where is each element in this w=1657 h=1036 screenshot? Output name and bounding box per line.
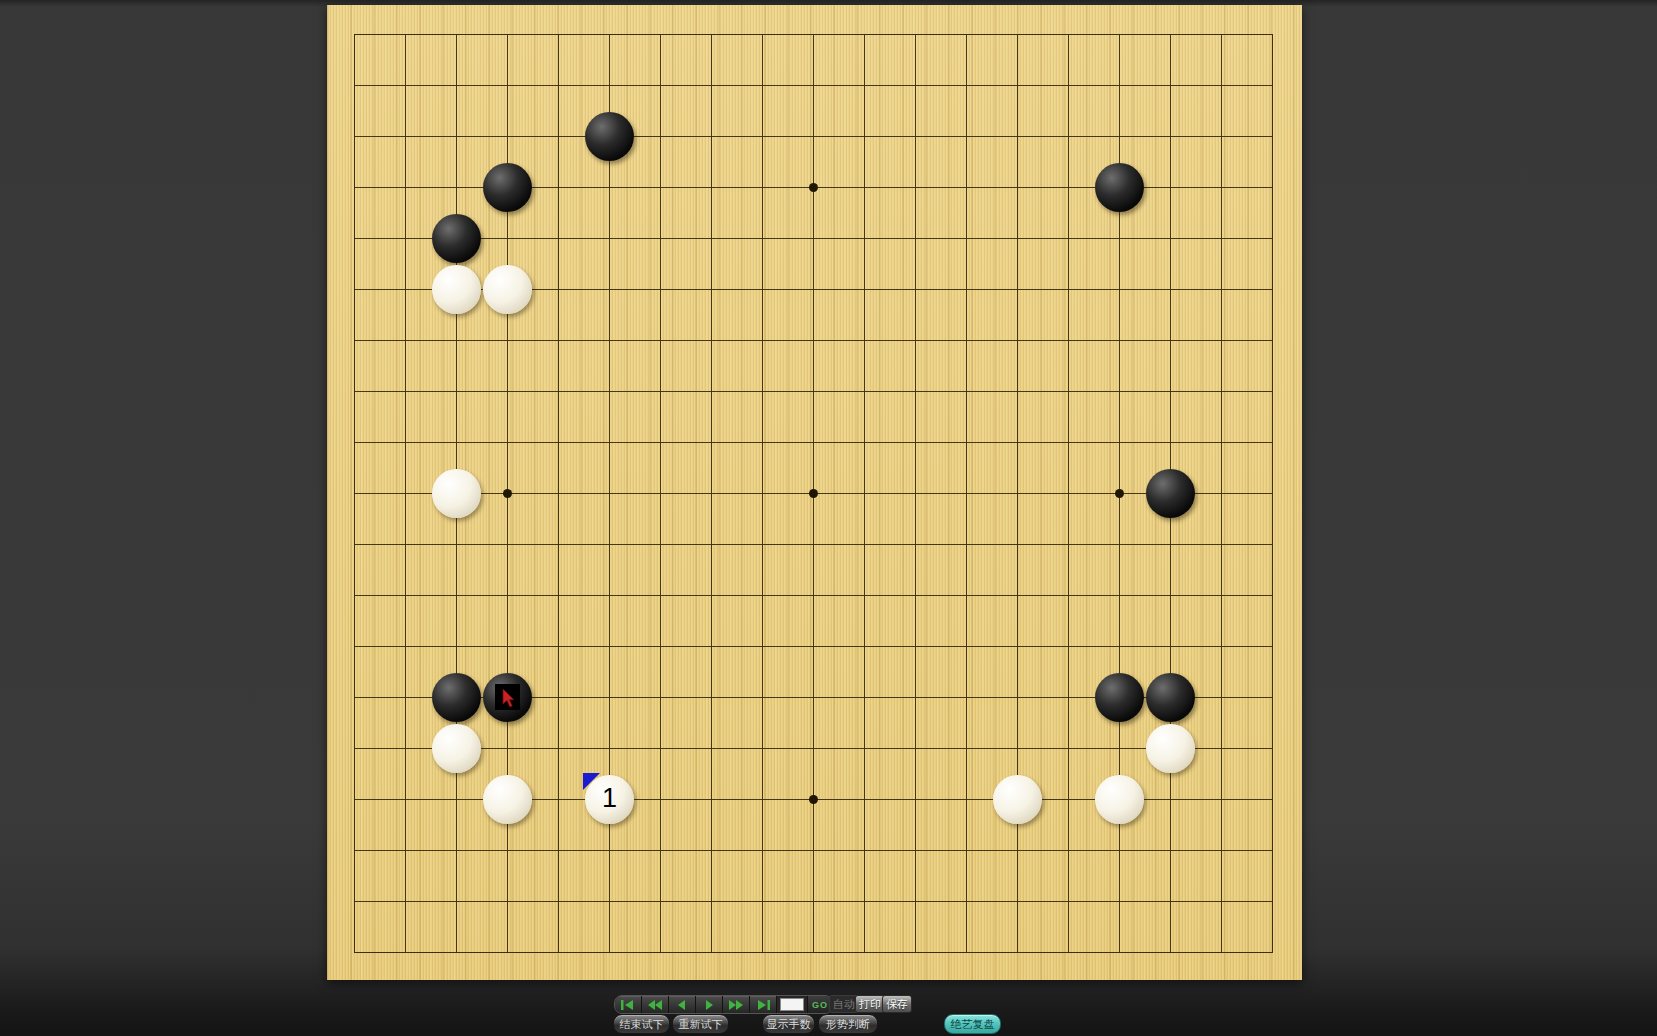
- star-point: [809, 489, 818, 498]
- go-board: 1: [327, 5, 1302, 980]
- move-number-label: 1: [585, 775, 634, 824]
- black-stone[interactable]: [432, 214, 481, 263]
- print-button[interactable]: 打印: [855, 995, 885, 1013]
- star-point: [809, 795, 818, 804]
- fast-forward-icon: [729, 1000, 743, 1010]
- white-stone[interactable]: [1095, 775, 1144, 824]
- nav-last-button[interactable]: [750, 996, 777, 1013]
- skip-to-start-icon: [621, 1000, 635, 1010]
- black-stone[interactable]: [1095, 163, 1144, 212]
- position-judgment-button[interactable]: 形势判断: [818, 1014, 878, 1034]
- black-stone[interactable]: [483, 673, 532, 722]
- white-stone[interactable]: [432, 469, 481, 518]
- nav-back-button[interactable]: [669, 996, 696, 1013]
- current-move-square-marker: [495, 684, 520, 710]
- step-back-icon: [675, 1000, 689, 1010]
- nav-buttons-group: [615, 996, 777, 1013]
- nav-forward-button[interactable]: [696, 996, 723, 1013]
- move-number-input[interactable]: [780, 998, 804, 1011]
- black-stone[interactable]: [1146, 673, 1195, 722]
- star-point: [503, 489, 512, 498]
- white-stone[interactable]: [1146, 724, 1195, 773]
- nav-fast-back-button[interactable]: [642, 996, 669, 1013]
- white-stone[interactable]: [993, 775, 1042, 824]
- nav-fast-forward-button[interactable]: [723, 996, 750, 1013]
- black-stone[interactable]: [483, 163, 532, 212]
- black-stone[interactable]: [1146, 469, 1195, 518]
- white-stone[interactable]: [432, 265, 481, 314]
- move-navigation-bar: GO: [614, 995, 833, 1014]
- white-stone[interactable]: [483, 775, 532, 824]
- black-stone[interactable]: [585, 112, 634, 161]
- step-forward-icon: [702, 1000, 716, 1010]
- show-move-numbers-button[interactable]: 显示手数: [762, 1014, 815, 1034]
- fineart-review-button[interactable]: 绝艺复盘: [944, 1014, 1001, 1034]
- white-stone[interactable]: [432, 724, 481, 773]
- black-stone[interactable]: [1095, 673, 1144, 722]
- star-point: [1115, 489, 1124, 498]
- white-stone[interactable]: 1: [585, 775, 634, 824]
- nav-first-button[interactable]: [615, 996, 642, 1013]
- black-stone[interactable]: [432, 673, 481, 722]
- white-stone[interactable]: [483, 265, 532, 314]
- skip-to-end-icon: [756, 1000, 770, 1010]
- save-button[interactable]: 保存: [882, 995, 912, 1013]
- star-point: [809, 183, 818, 192]
- board-grid[interactable]: 1: [354, 34, 1273, 953]
- retry-trial-button[interactable]: 重新试下: [672, 1014, 729, 1034]
- fast-rewind-icon: [648, 1000, 662, 1010]
- end-trial-button[interactable]: 结束试下: [613, 1014, 670, 1034]
